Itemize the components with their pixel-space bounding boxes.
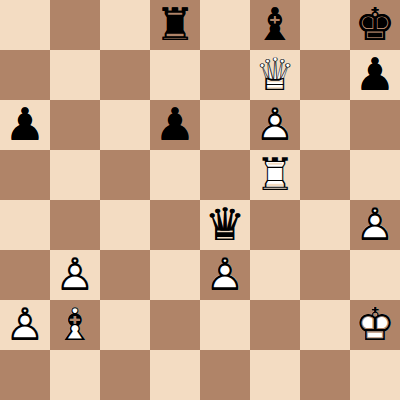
square-h4[interactable]: ♟♙	[350, 200, 400, 250]
square-c7[interactable]	[100, 50, 150, 100]
square-b7[interactable]	[50, 50, 100, 100]
square-b3[interactable]: ♟♙	[50, 250, 100, 300]
piece-black-pawn[interactable]: ♟♙	[150, 100, 200, 150]
square-f6[interactable]: ♟♙	[250, 100, 300, 150]
square-h7[interactable]: ♟♙	[350, 50, 400, 100]
bishop-contour-icon: ♗	[250, 0, 300, 49]
square-a3[interactable]	[0, 250, 50, 300]
piece-white-bishop[interactable]: ♝♗	[50, 300, 100, 350]
square-f4[interactable]	[250, 200, 300, 250]
square-e5[interactable]	[200, 150, 250, 200]
square-b4[interactable]	[50, 200, 100, 250]
square-d2[interactable]	[150, 300, 200, 350]
queen-contour-icon: ♕	[200, 200, 250, 249]
square-b6[interactable]	[50, 100, 100, 150]
bishop-contour-icon: ♗	[50, 300, 100, 349]
square-d8[interactable]: ♜♖	[150, 0, 200, 50]
square-f7[interactable]: ♛♕	[250, 50, 300, 100]
square-e8[interactable]	[200, 0, 250, 50]
piece-white-pawn[interactable]: ♟♙	[200, 250, 250, 300]
square-g6[interactable]	[300, 100, 350, 150]
square-c3[interactable]	[100, 250, 150, 300]
square-d3[interactable]	[150, 250, 200, 300]
square-a4[interactable]	[0, 200, 50, 250]
square-h2[interactable]: ♚♔	[350, 300, 400, 350]
pawn-contour-icon: ♙	[150, 100, 200, 149]
piece-white-rook[interactable]: ♜♖	[250, 150, 300, 200]
square-c6[interactable]	[100, 100, 150, 150]
square-a7[interactable]	[0, 50, 50, 100]
square-g1[interactable]	[300, 350, 350, 400]
square-d7[interactable]	[150, 50, 200, 100]
square-f5[interactable]: ♜♖	[250, 150, 300, 200]
square-d6[interactable]: ♟♙	[150, 100, 200, 150]
square-h8[interactable]: ♚♔	[350, 0, 400, 50]
square-a5[interactable]	[0, 150, 50, 200]
piece-white-pawn[interactable]: ♟♙	[50, 250, 100, 300]
square-e4[interactable]: ♛♕	[200, 200, 250, 250]
rook-contour-icon: ♖	[150, 0, 200, 49]
pawn-contour-icon: ♙	[0, 300, 50, 349]
pawn-contour-icon: ♙	[350, 50, 400, 99]
square-e2[interactable]	[200, 300, 250, 350]
square-e1[interactable]	[200, 350, 250, 400]
square-c4[interactable]	[100, 200, 150, 250]
square-a6[interactable]: ♟♙	[0, 100, 50, 150]
square-c1[interactable]	[100, 350, 150, 400]
square-a8[interactable]	[0, 0, 50, 50]
piece-white-pawn[interactable]: ♟♙	[250, 100, 300, 150]
square-g8[interactable]	[300, 0, 350, 50]
queen-contour-icon: ♕	[250, 50, 300, 99]
pawn-contour-icon: ♙	[0, 100, 50, 149]
square-e7[interactable]	[200, 50, 250, 100]
square-a1[interactable]	[0, 350, 50, 400]
square-e6[interactable]	[200, 100, 250, 150]
square-c2[interactable]	[100, 300, 150, 350]
pawn-contour-icon: ♙	[350, 200, 400, 249]
square-b8[interactable]	[50, 0, 100, 50]
king-contour-icon: ♔	[350, 300, 400, 349]
piece-black-pawn[interactable]: ♟♙	[0, 100, 50, 150]
square-c5[interactable]	[100, 150, 150, 200]
square-c8[interactable]	[100, 0, 150, 50]
square-e3[interactable]: ♟♙	[200, 250, 250, 300]
square-d5[interactable]	[150, 150, 200, 200]
piece-white-king[interactable]: ♚♔	[350, 300, 400, 350]
piece-black-queen[interactable]: ♛♕	[200, 200, 250, 250]
square-g2[interactable]	[300, 300, 350, 350]
square-f1[interactable]	[250, 350, 300, 400]
chess-board: ♜♖♝♗♚♔♛♕♟♙♟♙♟♙♟♙♜♖♛♕♟♙♟♙♟♙♟♙♝♗♚♔	[0, 0, 400, 400]
rook-contour-icon: ♖	[250, 150, 300, 199]
piece-white-pawn[interactable]: ♟♙	[0, 300, 50, 350]
pawn-contour-icon: ♙	[50, 250, 100, 299]
pawn-contour-icon: ♙	[250, 100, 300, 149]
square-h1[interactable]	[350, 350, 400, 400]
square-d1[interactable]	[150, 350, 200, 400]
square-f8[interactable]: ♝♗	[250, 0, 300, 50]
square-f3[interactable]	[250, 250, 300, 300]
square-d4[interactable]	[150, 200, 200, 250]
piece-black-bishop[interactable]: ♝♗	[250, 0, 300, 50]
piece-white-queen[interactable]: ♛♕	[250, 50, 300, 100]
square-b1[interactable]	[50, 350, 100, 400]
square-a2[interactable]: ♟♙	[0, 300, 50, 350]
square-g5[interactable]	[300, 150, 350, 200]
piece-black-king[interactable]: ♚♔	[350, 0, 400, 50]
square-h6[interactable]	[350, 100, 400, 150]
square-g4[interactable]	[300, 200, 350, 250]
square-f2[interactable]	[250, 300, 300, 350]
king-contour-icon: ♔	[350, 0, 400, 49]
square-b5[interactable]	[50, 150, 100, 200]
square-g3[interactable]	[300, 250, 350, 300]
piece-white-pawn[interactable]: ♟♙	[350, 200, 400, 250]
square-h5[interactable]	[350, 150, 400, 200]
square-h3[interactable]	[350, 250, 400, 300]
square-b2[interactable]: ♝♗	[50, 300, 100, 350]
square-g7[interactable]	[300, 50, 350, 100]
piece-black-rook[interactable]: ♜♖	[150, 0, 200, 50]
piece-black-pawn[interactable]: ♟♙	[350, 50, 400, 100]
pawn-contour-icon: ♙	[200, 250, 250, 299]
